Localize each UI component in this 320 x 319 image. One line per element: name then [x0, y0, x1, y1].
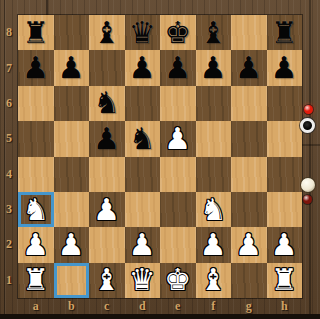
square-f5[interactable]: [196, 121, 232, 156]
black-pawn[interactable]: ♟: [235, 53, 262, 83]
black-knight[interactable]: ♞: [93, 88, 120, 118]
rank-label-5: 5: [0, 121, 18, 156]
white-king[interactable]: ♚: [164, 265, 191, 295]
square-e2[interactable]: [160, 227, 196, 262]
square-f4[interactable]: [196, 157, 232, 192]
square-b6[interactable]: [54, 86, 90, 121]
black-bishop[interactable]: ♝: [93, 18, 120, 48]
file-label-e: e: [160, 299, 196, 314]
black-rook[interactable]: ♜: [271, 18, 298, 48]
rank-label-1: 1: [0, 263, 18, 298]
square-b3[interactable]: [54, 192, 90, 227]
square-g5[interactable]: [231, 121, 267, 156]
black-pawn[interactable]: ♟: [58, 53, 85, 83]
square-g6[interactable]: [231, 86, 267, 121]
file-label-a: a: [18, 299, 54, 314]
square-d6[interactable]: [125, 86, 161, 121]
square-f6[interactable]: [196, 86, 232, 121]
frame-seam: [302, 144, 320, 146]
white-knight[interactable]: ♞: [200, 195, 227, 225]
black-knight[interactable]: ♞: [129, 124, 156, 154]
square-b2[interactable]: ♟: [54, 227, 90, 262]
white-pawn[interactable]: ♟: [22, 230, 49, 260]
frame-seam: [46, 0, 48, 15]
square-c6[interactable]: ♞: [89, 86, 125, 121]
black-pawn[interactable]: ♟: [129, 53, 156, 83]
white-pawn[interactable]: ♟: [58, 230, 85, 260]
black-pawn[interactable]: ♟: [200, 53, 227, 83]
square-d1[interactable]: ♛: [125, 263, 161, 298]
square-a3[interactable]: ♞: [18, 192, 54, 227]
black-king[interactable]: ♚: [164, 18, 191, 48]
white-turn-led-icon: [303, 195, 312, 204]
square-e6[interactable]: [160, 86, 196, 121]
square-g8[interactable]: [231, 15, 267, 50]
file-label-h: h: [267, 299, 303, 314]
square-c8[interactable]: ♝: [89, 15, 125, 50]
file-label-c: c: [89, 299, 125, 314]
square-a1[interactable]: ♜: [18, 263, 54, 298]
square-g4[interactable]: [231, 157, 267, 192]
square-c4[interactable]: [89, 157, 125, 192]
white-knight[interactable]: ♞: [22, 195, 49, 225]
square-e3[interactable]: [160, 192, 196, 227]
file-label-g: g: [231, 299, 267, 314]
white-pawn[interactable]: ♟: [164, 124, 191, 154]
file-label-d: d: [125, 299, 161, 314]
square-e4[interactable]: [160, 157, 196, 192]
square-c5[interactable]: ♟: [89, 121, 125, 156]
square-h2[interactable]: ♟: [267, 227, 303, 262]
square-h7[interactable]: ♟: [267, 50, 303, 85]
square-e1[interactable]: ♚: [160, 263, 196, 298]
white-pawn[interactable]: ♟: [271, 230, 298, 260]
frame-seam: [309, 0, 311, 319]
white-bishop[interactable]: ♝: [93, 265, 120, 295]
file-labels: abcdefgh: [18, 299, 302, 314]
square-a6[interactable]: [18, 86, 54, 121]
square-e7[interactable]: ♟: [160, 50, 196, 85]
square-h6[interactable]: [267, 86, 303, 121]
chess-app: 87654321 ♜♝♛♚♝♜♟♟♟♟♟♟♟♞♟♞♟♞♟♞♟♟♟♟♟♟♜♝♛♚♝…: [0, 0, 320, 319]
square-f2[interactable]: ♟: [196, 227, 232, 262]
square-g3[interactable]: [231, 192, 267, 227]
white-queen[interactable]: ♛: [129, 265, 156, 295]
square-e8[interactable]: ♚: [160, 15, 196, 50]
square-a8[interactable]: ♜: [18, 15, 54, 50]
square-c2[interactable]: [89, 227, 125, 262]
black-player-ball-icon: [300, 118, 315, 133]
chess-board: ♜♝♛♚♝♜♟♟♟♟♟♟♟♞♟♞♟♞♟♞♟♟♟♟♟♟♜♝♛♚♝♜: [18, 15, 302, 298]
rank-label-8: 8: [0, 15, 18, 50]
square-d8[interactable]: ♛: [125, 15, 161, 50]
file-label-f: f: [196, 299, 232, 314]
black-rook[interactable]: ♜: [22, 18, 49, 48]
white-pawn[interactable]: ♟: [200, 230, 227, 260]
black-pawn[interactable]: ♟: [22, 53, 49, 83]
white-pawn[interactable]: ♟: [235, 230, 262, 260]
square-d2[interactable]: ♟: [125, 227, 161, 262]
white-player-ball-icon: [301, 178, 315, 192]
rank-label-3: 3: [0, 192, 18, 227]
square-h1[interactable]: ♜: [267, 263, 303, 298]
rank-label-2: 2: [0, 227, 18, 262]
frame-bottom-edge: [0, 314, 320, 319]
black-turn-led-icon: [304, 105, 313, 114]
square-e5[interactable]: ♟: [160, 121, 196, 156]
black-pawn[interactable]: ♟: [271, 53, 298, 83]
black-bishop[interactable]: ♝: [200, 18, 227, 48]
black-pawn[interactable]: ♟: [93, 124, 120, 154]
square-d5[interactable]: ♞: [125, 121, 161, 156]
square-d3[interactable]: [125, 192, 161, 227]
rank-label-7: 7: [0, 50, 18, 85]
square-h4[interactable]: [267, 157, 303, 192]
square-a4[interactable]: [18, 157, 54, 192]
white-rook[interactable]: ♜: [22, 265, 49, 295]
white-bishop[interactable]: ♝: [200, 265, 227, 295]
square-g1[interactable]: [231, 263, 267, 298]
square-a7[interactable]: ♟: [18, 50, 54, 85]
rank-labels: 87654321: [0, 15, 18, 298]
square-f3[interactable]: ♞: [196, 192, 232, 227]
square-g2[interactable]: ♟: [231, 227, 267, 262]
square-a2[interactable]: ♟: [18, 227, 54, 262]
square-d7[interactable]: ♟: [125, 50, 161, 85]
square-c7[interactable]: [89, 50, 125, 85]
rank-label-4: 4: [0, 157, 18, 192]
white-pawn[interactable]: ♟: [93, 195, 120, 225]
square-b7[interactable]: ♟: [54, 50, 90, 85]
black-pawn[interactable]: ♟: [164, 53, 191, 83]
black-queen[interactable]: ♛: [129, 18, 156, 48]
square-f7[interactable]: ♟: [196, 50, 232, 85]
square-f8[interactable]: ♝: [196, 15, 232, 50]
square-b1[interactable]: [54, 263, 90, 298]
rank-label-6: 6: [0, 86, 18, 121]
square-h5[interactable]: [267, 121, 303, 156]
square-c3[interactable]: ♟: [89, 192, 125, 227]
square-b4[interactable]: [54, 157, 90, 192]
square-b5[interactable]: [54, 121, 90, 156]
square-h8[interactable]: ♜: [267, 15, 303, 50]
square-f1[interactable]: ♝: [196, 263, 232, 298]
file-label-b: b: [54, 299, 90, 314]
white-pawn[interactable]: ♟: [129, 230, 156, 260]
square-g7[interactable]: ♟: [231, 50, 267, 85]
square-c1[interactable]: ♝: [89, 263, 125, 298]
square-d4[interactable]: [125, 157, 161, 192]
white-rook[interactable]: ♜: [271, 265, 298, 295]
square-a5[interactable]: [18, 121, 54, 156]
square-b8[interactable]: [54, 15, 90, 50]
square-h3[interactable]: [267, 192, 303, 227]
